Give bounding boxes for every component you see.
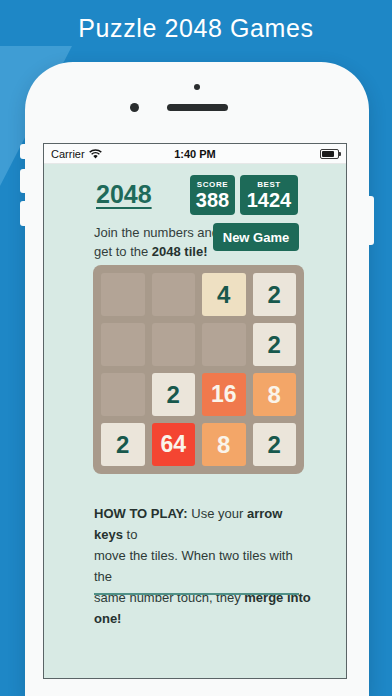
tile-16: 16 bbox=[202, 373, 246, 416]
score-box: SCORE 388 bbox=[190, 175, 235, 215]
new-game-button[interactable]: New Game bbox=[213, 223, 299, 251]
tile-2: 2 bbox=[253, 323, 297, 366]
best-value: 1424 bbox=[247, 190, 292, 210]
tile-8: 8 bbox=[202, 423, 246, 466]
front-camera-icon bbox=[130, 103, 139, 112]
battery-icon bbox=[320, 149, 339, 159]
board-grid[interactable]: 422216826482 bbox=[93, 265, 304, 474]
tile-64: 64 bbox=[152, 423, 196, 466]
tile-4: 4 bbox=[202, 273, 246, 316]
tile-2: 2 bbox=[101, 423, 145, 466]
page-header: Puzzle 2048 Games bbox=[0, 0, 392, 57]
power-button bbox=[368, 196, 374, 245]
empty-cell bbox=[101, 373, 145, 416]
page-title: Puzzle 2048 Games bbox=[78, 14, 313, 43]
tile-8: 8 bbox=[253, 373, 297, 416]
tile-2: 2 bbox=[152, 373, 196, 416]
speaker-grille bbox=[167, 104, 228, 111]
volume-up-button bbox=[20, 169, 26, 193]
phone-screen: Carrier 1:40 PM 2048 SCORE 388 BEST 1424 bbox=[43, 143, 347, 679]
tile-2: 2 bbox=[253, 273, 297, 316]
best-box: BEST 1424 bbox=[240, 175, 298, 215]
mute-switch bbox=[20, 144, 26, 159]
phone-frame: Carrier 1:40 PM 2048 SCORE 388 BEST 1424 bbox=[25, 62, 369, 696]
empty-cell bbox=[152, 323, 196, 366]
status-bar: Carrier 1:40 PM bbox=[44, 144, 346, 164]
clock-label: 1:40 PM bbox=[44, 148, 346, 160]
sensor-dot-icon bbox=[194, 84, 200, 90]
app-content: 2048 SCORE 388 BEST 1424 Join the number… bbox=[44, 164, 346, 678]
volume-down-button bbox=[20, 201, 26, 226]
score-value: 388 bbox=[196, 190, 229, 210]
tile-2: 2 bbox=[253, 423, 297, 466]
intro-text: Join the numbers andget to the 2048 tile… bbox=[94, 223, 219, 261]
empty-cell bbox=[202, 323, 246, 366]
divider-line bbox=[94, 593, 299, 595]
empty-cell bbox=[101, 323, 145, 366]
empty-cell bbox=[152, 273, 196, 316]
app-title-link[interactable]: 2048 bbox=[96, 180, 152, 209]
empty-cell bbox=[101, 273, 145, 316]
how-to-play-text: HOW TO PLAY: Use your arrow keys tomove … bbox=[94, 503, 312, 629]
